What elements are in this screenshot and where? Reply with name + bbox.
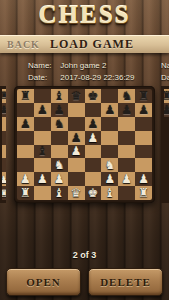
saved-game-date: 2017-08-29 22:36:29 bbox=[60, 73, 134, 82]
square-e4 bbox=[85, 145, 102, 159]
white-knight: ♞ bbox=[104, 159, 115, 171]
square-h7: ♟ bbox=[135, 103, 152, 117]
black-bishop: ♝ bbox=[37, 145, 48, 157]
square-e3 bbox=[85, 158, 102, 172]
black-pawn: ♟ bbox=[37, 104, 48, 116]
square-a6: ♟ bbox=[17, 117, 34, 131]
square-g7: ♟ bbox=[118, 103, 135, 117]
square-h6 bbox=[135, 117, 152, 131]
square-d4: ♟ bbox=[68, 145, 85, 159]
black-knight: ♞ bbox=[121, 90, 132, 102]
square-f2: ♟ bbox=[101, 172, 118, 186]
square-b1 bbox=[34, 186, 51, 200]
square-c6: ♞ bbox=[51, 117, 68, 131]
black-pawn-fragment: ♟ bbox=[2, 104, 6, 115]
page-title: LOAD GAME bbox=[50, 37, 134, 52]
white-pawn: ♟ bbox=[138, 173, 149, 185]
delete-button[interactable]: DELETE bbox=[88, 268, 163, 296]
square-b8 bbox=[34, 89, 51, 103]
white-bishop: ♝ bbox=[54, 187, 65, 199]
square-f3: ♞ bbox=[101, 158, 118, 172]
square-b4: ♝ bbox=[34, 145, 51, 159]
date-label: Date: bbox=[28, 72, 58, 84]
black-rook: ♜ bbox=[20, 90, 31, 102]
square-e5: ♟ bbox=[85, 131, 102, 145]
square-c1: ♝ bbox=[51, 186, 68, 200]
black-pawn: ♟ bbox=[138, 104, 149, 116]
white-queen: ♛ bbox=[71, 187, 82, 199]
square-a3 bbox=[17, 158, 34, 172]
square-f7: ♟ bbox=[101, 103, 118, 117]
square-g5 bbox=[118, 131, 135, 145]
white-knight: ♞ bbox=[54, 159, 65, 171]
black-pawn: ♟ bbox=[104, 104, 115, 116]
white-pawn: ♟ bbox=[88, 132, 99, 144]
white-pawn: ♟ bbox=[54, 173, 65, 185]
square-d8: ♛ bbox=[68, 89, 85, 103]
square-e8: ♚ bbox=[85, 89, 102, 103]
back-button[interactable]: BACK bbox=[7, 39, 40, 50]
black-pawn: ♟ bbox=[54, 104, 65, 116]
black-king: ♚ bbox=[88, 90, 99, 102]
action-bar: OPEN DELETE bbox=[0, 268, 169, 296]
load-game-screen: CHESS BACK LOAD GAME Name: John game 2 D… bbox=[0, 0, 169, 300]
square-f6 bbox=[101, 117, 118, 131]
pagination-label: 2 of 3 bbox=[0, 250, 169, 260]
square-g8: ♞ bbox=[118, 89, 135, 103]
square-e1: ♚ bbox=[85, 186, 102, 200]
square-h8: ♜ bbox=[135, 89, 152, 103]
saved-game-name: John game 2 bbox=[60, 61, 106, 70]
black-pawn: ♟ bbox=[71, 132, 82, 144]
next-game-preview[interactable]: Na Dat ♜ ♟ bbox=[161, 60, 169, 205]
white-pawn: ♟ bbox=[71, 145, 82, 157]
black-pawn-fragment: ♟ bbox=[164, 103, 169, 117]
open-button[interactable]: OPEN bbox=[6, 268, 81, 296]
app-title: CHESS bbox=[0, 1, 169, 29]
square-e7 bbox=[85, 103, 102, 117]
square-b3 bbox=[34, 158, 51, 172]
white-rook: ♜ bbox=[20, 187, 31, 199]
square-d2 bbox=[68, 172, 85, 186]
saved-game-meta: Name: John game 2 Date: 2017-08-29 22:36… bbox=[28, 60, 135, 84]
white-pawn-fragment: ♟ bbox=[2, 174, 6, 185]
white-pawn: ♟ bbox=[20, 173, 31, 185]
header-bar: BACK LOAD GAME bbox=[0, 35, 169, 53]
square-a1: ♜ bbox=[17, 186, 34, 200]
chess-board[interactable]: ♜♝♛♚♞♜♟♟♟♟♟♟♞♟♟♟♝♟♞♞♟♟♟♟♟♟♜♝♛♚♝♜ bbox=[17, 89, 152, 200]
black-knight: ♞ bbox=[54, 118, 65, 130]
square-g1 bbox=[118, 186, 135, 200]
chess-board-frame[interactable]: ♜♝♛♚♞♜♟♟♟♟♟♟♞♟♟♟♝♟♞♞♟♟♟♟♟♟♜♝♛♚♝♜ bbox=[14, 86, 155, 203]
square-e6: ♟ bbox=[85, 117, 102, 131]
white-pawn: ♟ bbox=[37, 173, 48, 185]
square-f5 bbox=[101, 131, 118, 145]
square-h5 bbox=[135, 131, 152, 145]
white-pawn: ♟ bbox=[104, 173, 115, 185]
black-rook-fragment: ♜ bbox=[2, 90, 6, 101]
square-c2: ♟ bbox=[51, 172, 68, 186]
square-h3 bbox=[135, 158, 152, 172]
square-h4 bbox=[135, 145, 152, 159]
square-c5 bbox=[51, 131, 68, 145]
square-d5: ♟ bbox=[68, 131, 85, 145]
square-d1: ♛ bbox=[68, 186, 85, 200]
white-pawn: ♟ bbox=[121, 173, 132, 185]
black-rook: ♜ bbox=[138, 90, 149, 102]
square-g4 bbox=[118, 145, 135, 159]
square-c7: ♟ bbox=[51, 103, 68, 117]
next-game-name-label: Na bbox=[161, 60, 169, 72]
square-a5 bbox=[17, 131, 34, 145]
square-c3: ♞ bbox=[51, 158, 68, 172]
square-h2: ♟ bbox=[135, 172, 152, 186]
square-b2: ♟ bbox=[34, 172, 51, 186]
square-f4 bbox=[101, 145, 118, 159]
saved-game-name-row: Name: John game 2 bbox=[28, 60, 135, 72]
prev-game-board-edge[interactable]: ♜ ♟ ♟ ♜ bbox=[0, 86, 6, 203]
white-bishop: ♝ bbox=[104, 187, 115, 199]
white-rook: ♜ bbox=[138, 187, 149, 199]
square-d7 bbox=[68, 103, 85, 117]
white-king: ♚ bbox=[88, 187, 99, 199]
saved-game-date-row: Date: 2017-08-29 22:36:29 bbox=[28, 72, 135, 84]
square-d3 bbox=[68, 158, 85, 172]
square-e2 bbox=[85, 172, 102, 186]
black-rook-fragment: ♜ bbox=[164, 89, 169, 103]
square-b5 bbox=[34, 131, 51, 145]
next-game-date-label: Dat bbox=[161, 72, 169, 84]
square-a4 bbox=[17, 145, 34, 159]
square-c8: ♝ bbox=[51, 89, 68, 103]
square-a7 bbox=[17, 103, 34, 117]
square-a8: ♜ bbox=[17, 89, 34, 103]
white-rook-fragment: ♜ bbox=[2, 188, 6, 199]
black-queen: ♛ bbox=[71, 90, 82, 102]
black-pawn: ♟ bbox=[121, 104, 132, 116]
square-f1: ♝ bbox=[101, 186, 118, 200]
square-b6 bbox=[34, 117, 51, 131]
square-c4 bbox=[51, 145, 68, 159]
square-d6 bbox=[68, 117, 85, 131]
square-h1: ♜ bbox=[135, 186, 152, 200]
next-game-board-edge: ♜ ♟ bbox=[161, 86, 169, 203]
name-label: Name: bbox=[28, 60, 58, 72]
square-b7: ♟ bbox=[34, 103, 51, 117]
square-g3 bbox=[118, 158, 135, 172]
black-bishop: ♝ bbox=[54, 90, 65, 102]
square-a2: ♟ bbox=[17, 172, 34, 186]
black-pawn: ♟ bbox=[20, 118, 31, 130]
square-g2: ♟ bbox=[118, 172, 135, 186]
square-f8 bbox=[101, 89, 118, 103]
black-pawn: ♟ bbox=[88, 118, 99, 130]
square-g6 bbox=[118, 117, 135, 131]
